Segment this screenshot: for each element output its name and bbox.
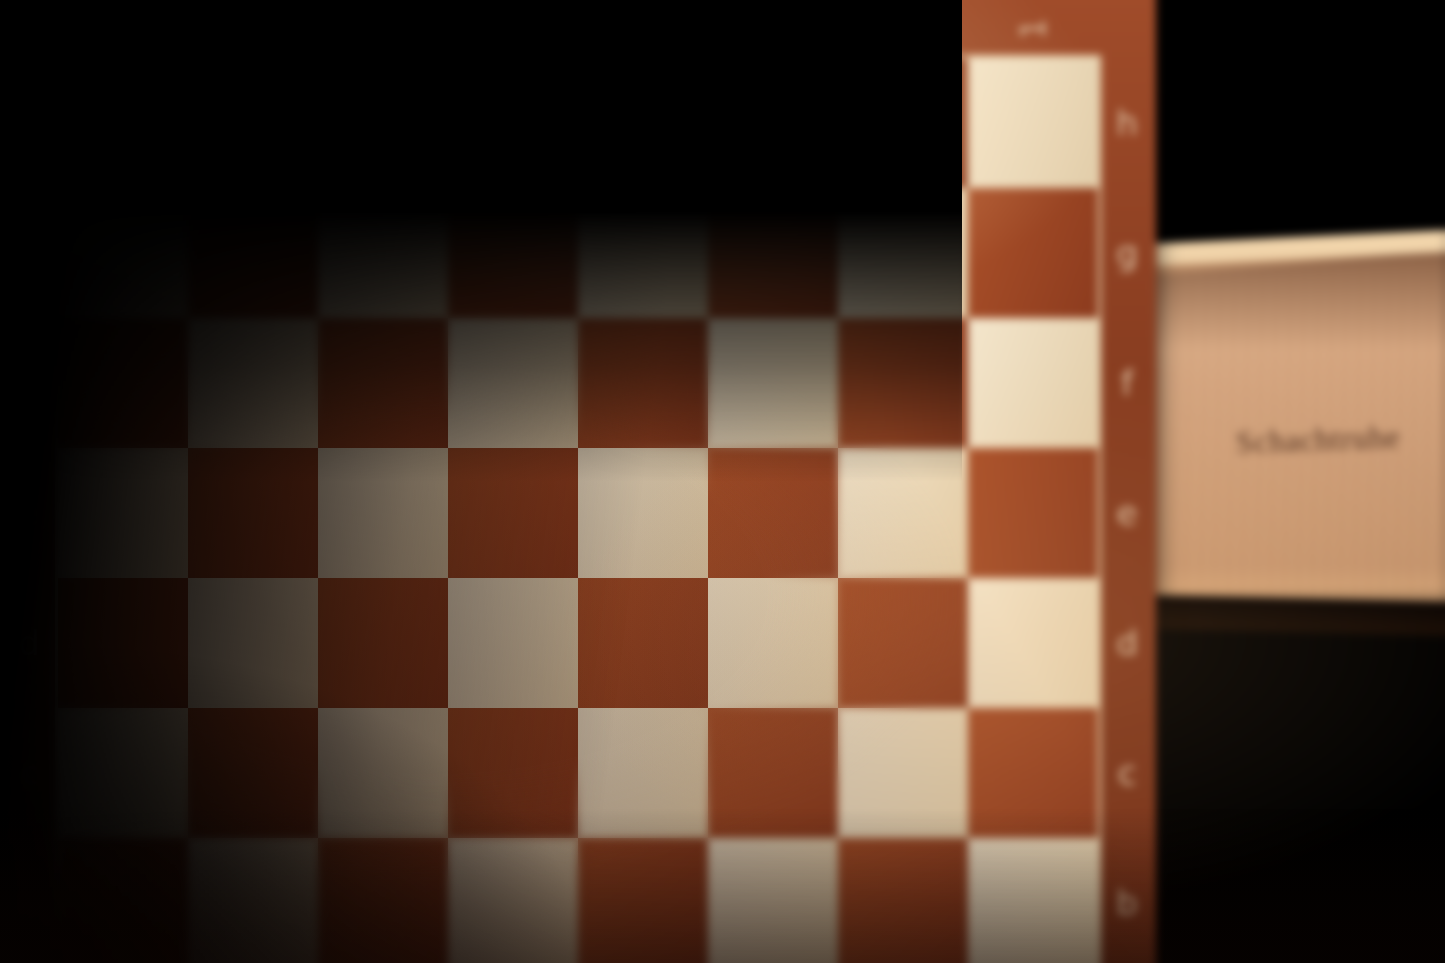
board-light-sheen [0, 0, 1156, 963]
chess-board: 87654321 87654321 hgfedcba hgfedcba [0, 0, 1156, 963]
brand-label: Schachtruhe [1235, 419, 1416, 461]
chess-photo-scene: Schachtruhe 87654321 87654321 hgfedcba h… [0, 0, 1445, 963]
